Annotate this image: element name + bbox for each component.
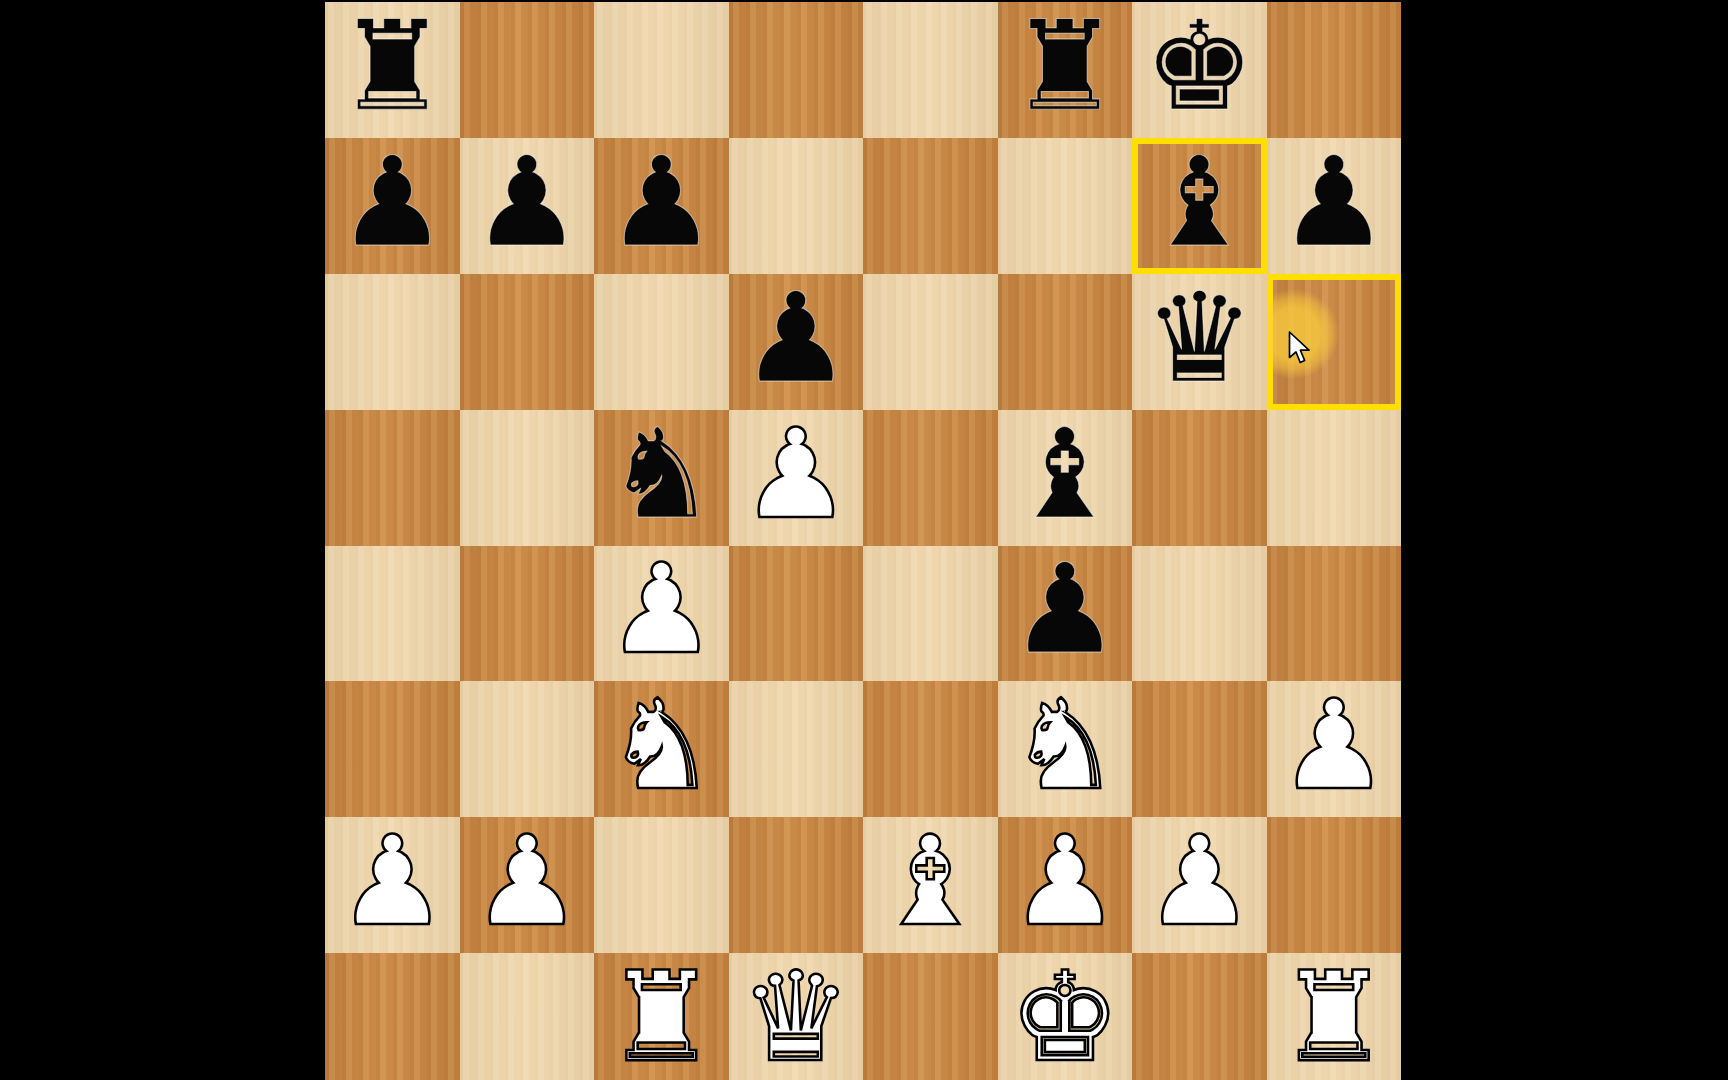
piece-white-queen-d1[interactable]: ♛: [740, 955, 851, 1079]
square-a5[interactable]: [325, 410, 460, 546]
square-g6[interactable]: ♛: [1132, 274, 1267, 410]
square-b2[interactable]: ♟: [460, 817, 595, 953]
square-e3[interactable]: [863, 681, 998, 817]
piece-black-pawn-a7[interactable]: ♟: [337, 140, 448, 264]
square-d5[interactable]: ♟: [729, 410, 864, 546]
square-a2[interactable]: ♟: [325, 817, 460, 953]
square-b5[interactable]: [460, 410, 595, 546]
square-f3[interactable]: ♞: [998, 681, 1133, 817]
square-b7[interactable]: ♟: [460, 138, 595, 274]
square-e4[interactable]: [863, 546, 998, 682]
square-d8[interactable]: [729, 2, 864, 138]
piece-white-knight-f3[interactable]: ♞: [1009, 683, 1120, 807]
square-h1[interactable]: ♜: [1267, 953, 1402, 1080]
square-c7[interactable]: ♟: [594, 138, 729, 274]
piece-white-rook-c1[interactable]: ♜: [606, 955, 717, 1079]
square-f1[interactable]: ♚: [998, 953, 1133, 1080]
square-b8[interactable]: [460, 2, 595, 138]
square-e8[interactable]: [863, 2, 998, 138]
square-b1[interactable]: [460, 953, 595, 1080]
piece-black-pawn-f4[interactable]: ♟: [1009, 547, 1120, 671]
square-h5[interactable]: [1267, 410, 1402, 546]
piece-black-pawn-h7[interactable]: ♟: [1278, 140, 1389, 264]
square-d4[interactable]: [729, 546, 864, 682]
square-d7[interactable]: [729, 138, 864, 274]
square-e6[interactable]: [863, 274, 998, 410]
piece-black-king-g8[interactable]: ♚: [1144, 4, 1255, 128]
square-a6[interactable]: [325, 274, 460, 410]
piece-black-bishop-g7[interactable]: ♝: [1144, 140, 1255, 264]
piece-black-rook-f8[interactable]: ♜: [1009, 4, 1120, 128]
square-h7[interactable]: ♟: [1267, 138, 1402, 274]
chess-board: ♜♜♚♟♟♟♝♟♟♛♞♟♝♟♟♞♞♟♟♟♝♟♟♜♛♚♜: [325, 2, 1401, 1080]
square-c3[interactable]: ♞: [594, 681, 729, 817]
square-d1[interactable]: ♛: [729, 953, 864, 1080]
square-c1[interactable]: ♜: [594, 953, 729, 1080]
square-f7[interactable]: [998, 138, 1133, 274]
square-h3[interactable]: ♟: [1267, 681, 1402, 817]
piece-white-pawn-g2[interactable]: ♟: [1144, 819, 1255, 943]
square-h8[interactable]: [1267, 2, 1402, 138]
piece-black-bishop-f5[interactable]: ♝: [1009, 412, 1120, 536]
square-e1[interactable]: [863, 953, 998, 1080]
square-f6[interactable]: [998, 274, 1133, 410]
square-g3[interactable]: [1132, 681, 1267, 817]
square-d3[interactable]: [729, 681, 864, 817]
square-h4[interactable]: [1267, 546, 1402, 682]
square-f8[interactable]: ♜: [998, 2, 1133, 138]
square-e5[interactable]: [863, 410, 998, 546]
square-e2[interactable]: ♝: [863, 817, 998, 953]
square-c6[interactable]: [594, 274, 729, 410]
square-b6[interactable]: [460, 274, 595, 410]
piece-black-pawn-d6[interactable]: ♟: [740, 276, 851, 400]
square-g5[interactable]: [1132, 410, 1267, 546]
piece-white-rook-h1[interactable]: ♜: [1278, 955, 1389, 1079]
square-g1[interactable]: [1132, 953, 1267, 1080]
square-g4[interactable]: [1132, 546, 1267, 682]
square-a8[interactable]: ♜: [325, 2, 460, 138]
square-a3[interactable]: [325, 681, 460, 817]
piece-black-queen-g6[interactable]: ♛: [1144, 276, 1255, 400]
square-a4[interactable]: [325, 546, 460, 682]
square-f2[interactable]: ♟: [998, 817, 1133, 953]
piece-white-pawn-f2[interactable]: ♟: [1009, 819, 1120, 943]
piece-black-rook-a8[interactable]: ♜: [337, 4, 448, 128]
square-d6[interactable]: ♟: [729, 274, 864, 410]
square-g8[interactable]: ♚: [1132, 2, 1267, 138]
square-b4[interactable]: [460, 546, 595, 682]
square-c8[interactable]: [594, 2, 729, 138]
square-h6[interactable]: [1267, 274, 1402, 410]
hover-glow: [1267, 274, 1402, 410]
square-b3[interactable]: [460, 681, 595, 817]
square-a7[interactable]: ♟: [325, 138, 460, 274]
piece-white-knight-c3[interactable]: ♞: [606, 683, 717, 807]
piece-black-pawn-c7[interactable]: ♟: [606, 140, 717, 264]
app-background: ♜♜♚♟♟♟♝♟♟♛♞♟♝♟♟♞♞♟♟♟♝♟♟♜♛♚♜: [0, 0, 1728, 1080]
square-c5[interactable]: ♞: [594, 410, 729, 546]
piece-black-knight-c5[interactable]: ♞: [606, 412, 717, 536]
piece-black-pawn-b7[interactable]: ♟: [471, 140, 582, 264]
piece-white-pawn-a2[interactable]: ♟: [337, 819, 448, 943]
piece-white-bishop-e2[interactable]: ♝: [875, 819, 986, 943]
square-h2[interactable]: [1267, 817, 1402, 953]
piece-white-pawn-b2[interactable]: ♟: [471, 819, 582, 943]
square-c2[interactable]: [594, 817, 729, 953]
piece-white-pawn-h3[interactable]: ♟: [1278, 683, 1389, 807]
square-f4[interactable]: ♟: [998, 546, 1133, 682]
square-g2[interactable]: ♟: [1132, 817, 1267, 953]
square-e7[interactable]: [863, 138, 998, 274]
square-c4[interactable]: ♟: [594, 546, 729, 682]
piece-white-king-f1[interactable]: ♚: [1009, 955, 1120, 1079]
square-d2[interactable]: [729, 817, 864, 953]
piece-white-pawn-d5[interactable]: ♟: [740, 412, 851, 536]
square-f5[interactable]: ♝: [998, 410, 1133, 546]
square-g7[interactable]: ♝: [1132, 138, 1267, 274]
piece-white-pawn-c4[interactable]: ♟: [606, 547, 717, 671]
square-a1[interactable]: [325, 953, 460, 1080]
